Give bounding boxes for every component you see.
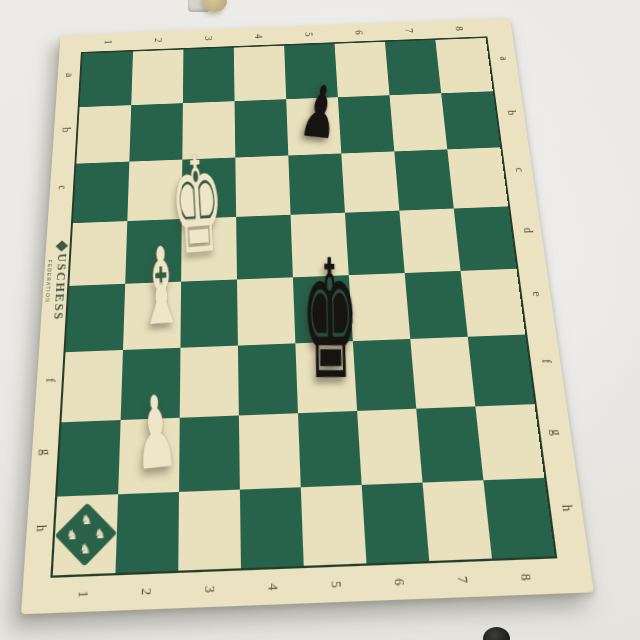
coord-label-right-a: a xyxy=(497,51,512,65)
square-g2[interactable]: ♟ xyxy=(118,418,180,494)
square-f7[interactable] xyxy=(410,337,475,409)
square-f1[interactable] xyxy=(62,350,123,422)
white-pawn[interactable]: ♟ xyxy=(133,382,180,486)
knight-diamond-icon xyxy=(56,240,68,251)
coord-label-right-b: b xyxy=(504,105,519,120)
square-b1[interactable] xyxy=(76,105,131,163)
square-e7[interactable] xyxy=(405,271,468,339)
square-g8[interactable] xyxy=(475,404,544,480)
square-b6[interactable] xyxy=(338,95,394,153)
coord-label-bottom-7: 7 xyxy=(454,569,472,591)
black-king[interactable]: ♚ xyxy=(301,239,361,404)
square-h6[interactable] xyxy=(362,483,430,564)
coord-label-left-h: h xyxy=(33,518,50,539)
coord-label-bottom-5: 5 xyxy=(328,574,345,596)
coord-label-bottom-8: 8 xyxy=(517,566,535,588)
coord-label-top-8: 8 xyxy=(452,22,466,36)
square-h5[interactable] xyxy=(301,485,367,566)
square-e1[interactable] xyxy=(66,284,126,352)
square-f6[interactable] xyxy=(353,339,416,411)
square-b5[interactable]: ♟ xyxy=(286,97,341,155)
coord-label-right-h: h xyxy=(558,498,576,519)
square-a2[interactable] xyxy=(131,50,183,106)
table-surface: { "game": "chess", "scene": { "descripti… xyxy=(0,0,640,640)
square-a3[interactable] xyxy=(183,48,235,104)
coord-label-right-e: e xyxy=(529,285,545,302)
coord-label-top-1: 1 xyxy=(102,35,115,49)
coord-label-top-7: 7 xyxy=(402,24,416,38)
square-g6[interactable] xyxy=(357,409,422,485)
square-c7[interactable] xyxy=(394,149,453,210)
square-a1[interactable] xyxy=(80,51,133,107)
square-g4[interactable] xyxy=(239,413,301,489)
square-d3[interactable]: ♚ xyxy=(181,217,237,282)
coord-label-left-a: a xyxy=(63,68,77,82)
coord-label-bottom-2: 2 xyxy=(138,581,154,603)
square-g5[interactable] xyxy=(298,411,362,487)
square-f3[interactable] xyxy=(180,346,239,418)
coord-label-bottom-4: 4 xyxy=(265,576,281,598)
coord-label-left-b: b xyxy=(59,122,73,137)
coord-label-top-4: 4 xyxy=(252,29,265,43)
coord-label-top-6: 6 xyxy=(352,26,366,40)
square-h2[interactable] xyxy=(115,492,179,573)
square-c4[interactable] xyxy=(235,155,290,216)
coord-label-right-f: f xyxy=(538,352,555,370)
coord-label-top-2: 2 xyxy=(152,33,165,47)
coord-label-bottom-6: 6 xyxy=(391,571,408,593)
square-e3[interactable] xyxy=(180,279,237,347)
square-h1[interactable]: ♞♞♞♞ xyxy=(53,494,118,575)
chess-mat: ♟♚♝♚♟♞♞♞♞ USCHESS FEDERATION 12345678123… xyxy=(21,18,594,614)
coord-label-right-d: d xyxy=(520,222,536,238)
square-c8[interactable] xyxy=(447,147,508,208)
square-h4[interactable] xyxy=(240,487,304,568)
coord-label-left-g: g xyxy=(38,442,54,462)
square-b8[interactable] xyxy=(441,91,500,149)
coord-label-top-3: 3 xyxy=(202,31,215,45)
coord-label-left-c: c xyxy=(55,180,69,196)
square-h8[interactable] xyxy=(483,478,554,559)
square-d4[interactable] xyxy=(236,215,293,280)
square-d1[interactable] xyxy=(69,221,127,286)
square-a8[interactable] xyxy=(435,38,492,93)
square-c1[interactable] xyxy=(73,162,129,224)
white-bishop[interactable]: ♝ xyxy=(138,233,185,342)
square-b4[interactable] xyxy=(235,99,289,157)
square-h7[interactable] xyxy=(423,480,492,561)
square-g3[interactable] xyxy=(179,415,240,491)
coord-label-left-f: f xyxy=(43,371,59,389)
square-c6[interactable] xyxy=(341,151,399,212)
square-f4[interactable] xyxy=(238,343,298,415)
square-e8[interactable] xyxy=(461,269,526,337)
square-a7[interactable] xyxy=(385,40,441,95)
chess-mat-wrapper: ♟♚♝♚♟♞♞♞♞ USCHESS FEDERATION 12345678123… xyxy=(21,18,594,614)
coord-label-right-c: c xyxy=(512,162,528,178)
coord-label-bottom-1: 1 xyxy=(75,583,92,605)
square-e2[interactable]: ♝ xyxy=(123,282,181,350)
coord-label-right-g: g xyxy=(548,423,566,442)
square-f8[interactable] xyxy=(468,335,535,407)
coord-label-bottom-3: 3 xyxy=(202,578,218,600)
square-a6[interactable] xyxy=(335,42,390,97)
square-d8[interactable] xyxy=(454,206,517,270)
coord-label-top-5: 5 xyxy=(302,27,315,41)
square-c5[interactable] xyxy=(288,153,345,214)
square-b7[interactable] xyxy=(390,93,448,151)
us-chess-corner-emblem: ♞♞♞♞ xyxy=(55,503,117,567)
square-a4[interactable] xyxy=(234,46,286,102)
square-e4[interactable] xyxy=(237,277,295,345)
square-g7[interactable] xyxy=(416,406,483,482)
square-d7[interactable] xyxy=(399,209,460,274)
square-g1[interactable] xyxy=(57,420,120,497)
board-grid: ♟♚♝♚♟♞♞♞♞ xyxy=(50,36,557,577)
square-f5[interactable]: ♚ xyxy=(295,341,357,413)
off-board-black-piece xyxy=(483,627,510,640)
square-h3[interactable] xyxy=(178,490,241,571)
